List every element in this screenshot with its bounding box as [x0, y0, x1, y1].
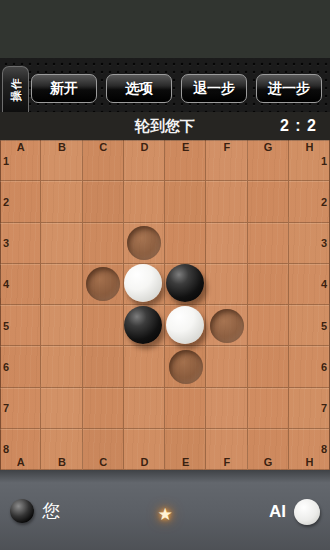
board-cell-B4[interactable]: [41, 264, 82, 305]
board-cell-H3[interactable]: [289, 223, 330, 264]
undo-move-button[interactable]: 退一步: [181, 74, 247, 103]
board-cell-C1[interactable]: [83, 140, 124, 181]
board-cell-E7[interactable]: [165, 388, 206, 429]
status-bar: 轮到您下 2 : 2: [0, 112, 330, 140]
board-cell-G7[interactable]: [248, 388, 289, 429]
toolbar-drawer-label: 操作: [8, 78, 23, 102]
redo-move-button[interactable]: 进一步: [256, 74, 322, 103]
board-cell-A1[interactable]: [0, 140, 41, 181]
legal-move-hint-E6[interactable]: [169, 350, 203, 384]
ai-player-info: AI: [269, 499, 320, 525]
board-cell-G3[interactable]: [248, 223, 289, 264]
board-cell-C3[interactable]: [83, 223, 124, 264]
board-cell-D6[interactable]: [124, 346, 165, 387]
board-cell-F2[interactable]: [206, 181, 247, 222]
board-cell-D1[interactable]: [124, 140, 165, 181]
board-cell-F6[interactable]: [206, 346, 247, 387]
board-cell-B8[interactable]: [41, 429, 82, 470]
board-cell-A4[interactable]: [0, 264, 41, 305]
board-cell-F8[interactable]: [206, 429, 247, 470]
board-cell-B1[interactable]: [41, 140, 82, 181]
score-display: 2 : 2: [280, 112, 317, 140]
board-cell-A8[interactable]: [0, 429, 41, 470]
board-cell-C2[interactable]: [83, 181, 124, 222]
board-cell-G4[interactable]: [248, 264, 289, 305]
board-cell-H5[interactable]: [289, 305, 330, 346]
board-cell-D2[interactable]: [124, 181, 165, 222]
board-cell-C5[interactable]: [83, 305, 124, 346]
board-cell-B7[interactable]: [41, 388, 82, 429]
board-cell-B3[interactable]: [41, 223, 82, 264]
new-game-button[interactable]: 新开: [31, 74, 97, 103]
board-cell-H8[interactable]: [289, 429, 330, 470]
options-button[interactable]: 选项: [106, 74, 172, 103]
disc-black-D5: [124, 306, 162, 344]
difficulty-star-icon: ★: [157, 504, 172, 525]
human-player-label: 您: [42, 499, 60, 523]
board-cell-A6[interactable]: [0, 346, 41, 387]
board-cell-C6[interactable]: [83, 346, 124, 387]
board-cell-B2[interactable]: [41, 181, 82, 222]
black-stone-icon: [10, 499, 34, 523]
disc-black-E4: [166, 264, 204, 302]
board-cell-A5[interactable]: [0, 305, 41, 346]
board-cell-F7[interactable]: [206, 388, 247, 429]
board-cell-E1[interactable]: [165, 140, 206, 181]
board-cell-B6[interactable]: [41, 346, 82, 387]
board-cell-G8[interactable]: [248, 429, 289, 470]
board-cell-G6[interactable]: [248, 346, 289, 387]
player-bar: 您 ★ AI: [0, 470, 330, 550]
board-cell-E3[interactable]: [165, 223, 206, 264]
white-stone-icon: [294, 499, 320, 525]
board-cell-A2[interactable]: [0, 181, 41, 222]
board-cell-C7[interactable]: [83, 388, 124, 429]
board-cell-G1[interactable]: [248, 140, 289, 181]
toolbar: 操作 新开 选项 退一步 进一步: [0, 58, 330, 112]
board-cell-E8[interactable]: [165, 429, 206, 470]
disc-white-E5: [166, 306, 204, 344]
board-cell-C8[interactable]: [83, 429, 124, 470]
board-cell-F1[interactable]: [206, 140, 247, 181]
board-cell-D8[interactable]: [124, 429, 165, 470]
board-cell-A7[interactable]: [0, 388, 41, 429]
board-cell-E2[interactable]: [165, 181, 206, 222]
board-cell-G5[interactable]: [248, 305, 289, 346]
board-cell-F3[interactable]: [206, 223, 247, 264]
board-cell-D7[interactable]: [124, 388, 165, 429]
board-cell-B5[interactable]: [41, 305, 82, 346]
board-cell-A3[interactable]: [0, 223, 41, 264]
board-cell-H7[interactable]: [289, 388, 330, 429]
toolbar-drawer-handle[interactable]: 操作: [2, 66, 29, 112]
ai-player-label: AI: [269, 502, 286, 522]
android-status-bar: [0, 0, 330, 58]
board-cell-H2[interactable]: [289, 181, 330, 222]
board: AABBCCDDEEFFGGHH1122334455667788: [0, 140, 330, 470]
human-player-info: 您: [10, 499, 60, 523]
board-cell-H6[interactable]: [289, 346, 330, 387]
othello-app: 操作 新开 选项 退一步 进一步 轮到您下 2 : 2 AABBCCDDEEFF…: [0, 0, 330, 550]
board-cell-H4[interactable]: [289, 264, 330, 305]
board-cell-G2[interactable]: [248, 181, 289, 222]
toolbar-buttons: 新开 选项 退一步 进一步: [31, 74, 322, 103]
board-cell-F4[interactable]: [206, 264, 247, 305]
board-cell-H1[interactable]: [289, 140, 330, 181]
legal-move-hint-F5[interactable]: [210, 309, 244, 343]
